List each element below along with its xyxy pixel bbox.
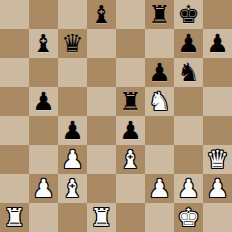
square-g8[interactable]: ♚: [174, 0, 203, 29]
square-e3[interactable]: ♝: [116, 145, 145, 174]
square-e4[interactable]: ♟: [116, 116, 145, 145]
square-c2[interactable]: ♝: [58, 174, 87, 203]
square-e8[interactable]: [116, 0, 145, 29]
piece-white-rook[interactable]: ♜: [90, 203, 112, 232]
square-d7[interactable]: [87, 29, 116, 58]
piece-white-knight[interactable]: ♞: [148, 87, 170, 116]
square-a8[interactable]: [0, 0, 29, 29]
square-g4[interactable]: [174, 116, 203, 145]
square-f5[interactable]: ♞: [145, 87, 174, 116]
piece-black-pawn[interactable]: ♟: [119, 116, 141, 145]
square-g7[interactable]: ♟: [174, 29, 203, 58]
square-c3[interactable]: ♟: [58, 145, 87, 174]
square-c7[interactable]: ♛: [58, 29, 87, 58]
square-g1[interactable]: ♚: [174, 203, 203, 232]
piece-white-pawn[interactable]: ♟: [61, 145, 83, 174]
square-h6[interactable]: [203, 58, 232, 87]
square-e2[interactable]: [116, 174, 145, 203]
square-f1[interactable]: [145, 203, 174, 232]
square-f7[interactable]: [145, 29, 174, 58]
square-a4[interactable]: [0, 116, 29, 145]
square-h4[interactable]: [203, 116, 232, 145]
piece-white-pawn[interactable]: ♟: [32, 174, 54, 203]
piece-white-rook[interactable]: ♜: [3, 203, 25, 232]
piece-black-rook[interactable]: ♜: [119, 87, 141, 116]
square-f3[interactable]: [145, 145, 174, 174]
square-h8[interactable]: [203, 0, 232, 29]
square-b1[interactable]: [29, 203, 58, 232]
square-a1[interactable]: ♜: [0, 203, 29, 232]
square-b4[interactable]: [29, 116, 58, 145]
square-a2[interactable]: [0, 174, 29, 203]
square-f6[interactable]: ♟: [145, 58, 174, 87]
piece-black-pawn[interactable]: ♟: [148, 58, 170, 87]
piece-black-knight[interactable]: ♞: [177, 58, 199, 87]
square-h7[interactable]: ♟: [203, 29, 232, 58]
square-h2[interactable]: ♟: [203, 174, 232, 203]
square-g5[interactable]: [174, 87, 203, 116]
piece-white-pawn[interactable]: ♟: [206, 174, 228, 203]
square-h5[interactable]: [203, 87, 232, 116]
square-e5[interactable]: ♜: [116, 87, 145, 116]
square-d1[interactable]: ♜: [87, 203, 116, 232]
square-f4[interactable]: [145, 116, 174, 145]
square-h3[interactable]: ♛: [203, 145, 232, 174]
square-e7[interactable]: [116, 29, 145, 58]
square-f8[interactable]: ♜: [145, 0, 174, 29]
square-g3[interactable]: [174, 145, 203, 174]
square-g2[interactable]: ♟: [174, 174, 203, 203]
chess-board: ♝♜♚♝♛♟♟♟♞♟♜♞♟♟♟♝♛♟♝♟♟♟♜♜♚: [0, 0, 232, 232]
square-d2[interactable]: [87, 174, 116, 203]
square-h1[interactable]: [203, 203, 232, 232]
piece-white-queen[interactable]: ♛: [206, 145, 228, 174]
square-c8[interactable]: [58, 0, 87, 29]
square-a5[interactable]: [0, 87, 29, 116]
piece-black-king[interactable]: ♚: [177, 0, 199, 29]
square-e1[interactable]: [116, 203, 145, 232]
piece-white-bishop[interactable]: ♝: [61, 174, 83, 203]
square-b5[interactable]: ♟: [29, 87, 58, 116]
piece-black-pawn[interactable]: ♟: [61, 116, 83, 145]
piece-white-pawn[interactable]: ♟: [148, 174, 170, 203]
square-c6[interactable]: [58, 58, 87, 87]
square-d3[interactable]: [87, 145, 116, 174]
square-b8[interactable]: [29, 0, 58, 29]
piece-black-bishop[interactable]: ♝: [90, 0, 112, 29]
square-f2[interactable]: ♟: [145, 174, 174, 203]
square-g6[interactable]: ♞: [174, 58, 203, 87]
square-b3[interactable]: [29, 145, 58, 174]
piece-black-queen[interactable]: ♛: [61, 29, 83, 58]
square-b7[interactable]: ♝: [29, 29, 58, 58]
square-a7[interactable]: [0, 29, 29, 58]
piece-black-rook[interactable]: ♜: [148, 0, 170, 29]
square-d8[interactable]: ♝: [87, 0, 116, 29]
square-a3[interactable]: [0, 145, 29, 174]
piece-black-pawn[interactable]: ♟: [32, 87, 54, 116]
square-c5[interactable]: [58, 87, 87, 116]
piece-black-pawn[interactable]: ♟: [206, 29, 228, 58]
square-b6[interactable]: [29, 58, 58, 87]
piece-black-bishop[interactable]: ♝: [32, 29, 54, 58]
piece-black-pawn[interactable]: ♟: [177, 29, 199, 58]
square-d5[interactable]: [87, 87, 116, 116]
square-e6[interactable]: [116, 58, 145, 87]
square-c4[interactable]: ♟: [58, 116, 87, 145]
piece-white-bishop[interactable]: ♝: [119, 145, 141, 174]
square-c1[interactable]: [58, 203, 87, 232]
piece-white-pawn[interactable]: ♟: [177, 174, 199, 203]
piece-white-king[interactable]: ♚: [177, 203, 199, 232]
square-a6[interactable]: [0, 58, 29, 87]
square-d6[interactable]: [87, 58, 116, 87]
square-b2[interactable]: ♟: [29, 174, 58, 203]
square-d4[interactable]: [87, 116, 116, 145]
